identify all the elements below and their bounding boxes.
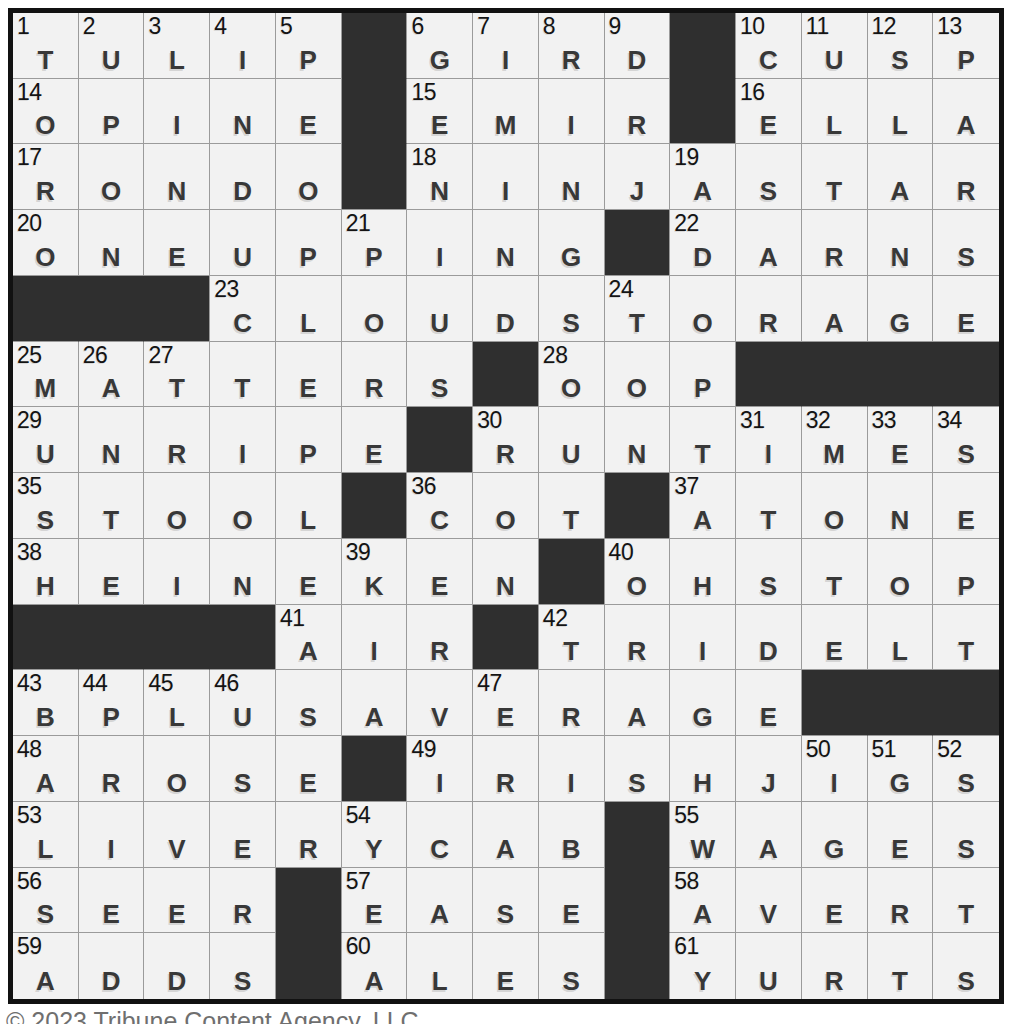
letter-cell[interactable]: D — [79, 933, 145, 999]
letter-cell[interactable]: I — [539, 736, 605, 802]
letter-cell[interactable]: L — [276, 276, 342, 342]
letter-cell[interactable]: O — [276, 144, 342, 210]
cell-letter: T — [79, 507, 144, 533]
letter-cell[interactable]: E — [802, 868, 868, 934]
letter-cell[interactable]: D — [473, 276, 539, 342]
letter-cell[interactable]: 26A — [79, 342, 145, 408]
letter-cell[interactable]: 14O — [13, 79, 79, 145]
letter-cell[interactable]: L — [407, 933, 473, 999]
letter-cell[interactable]: A — [736, 210, 802, 276]
cell-letter: G — [670, 704, 735, 730]
cell-letter: H — [670, 770, 735, 796]
letter-cell[interactable]: 27T — [144, 342, 210, 408]
letter-cell[interactable]: S — [407, 342, 473, 408]
clue-number: 18 — [411, 145, 436, 169]
clue-number: 46 — [214, 671, 239, 695]
letter-cell[interactable]: 32M — [802, 407, 868, 473]
letter-cell[interactable]: D — [736, 605, 802, 671]
letter-cell[interactable]: 15E — [407, 79, 473, 145]
letter-cell[interactable]: T — [933, 605, 999, 671]
black-cell — [473, 342, 539, 408]
cell-letter: E — [407, 112, 472, 138]
clue-number: 47 — [477, 671, 502, 695]
letter-cell[interactable]: P — [670, 342, 736, 408]
letter-cell[interactable]: 13P — [933, 13, 999, 79]
cell-letter: T — [802, 178, 867, 204]
letter-cell[interactable]: R — [802, 210, 868, 276]
letter-cell[interactable]: U — [736, 933, 802, 999]
letter-cell[interactable]: N — [605, 407, 671, 473]
copyright-text: © 2023 Tribune Content Agency, LLC — [6, 1007, 419, 1024]
cell-letter: A — [342, 704, 407, 730]
letter-cell[interactable]: N — [144, 144, 210, 210]
cell-letter: G — [407, 47, 472, 73]
cell-letter: I — [539, 770, 604, 796]
cell-letter: N — [407, 178, 472, 204]
letter-cell[interactable]: S — [276, 670, 342, 736]
cell-letter: O — [605, 573, 670, 599]
letter-cell[interactable]: G — [539, 210, 605, 276]
letter-cell[interactable]: S — [736, 144, 802, 210]
letter-cell[interactable]: S — [210, 933, 276, 999]
letter-cell[interactable]: P — [933, 539, 999, 605]
letter-cell[interactable]: S — [605, 736, 671, 802]
clue-number: 55 — [674, 803, 699, 827]
letter-cell[interactable]: N — [210, 79, 276, 145]
letter-cell[interactable]: M — [473, 79, 539, 145]
cell-letter: G — [802, 836, 867, 862]
letter-cell[interactable]: 6G — [407, 13, 473, 79]
black-cell — [79, 605, 145, 671]
letter-cell[interactable]: P — [276, 407, 342, 473]
clue-number: 16 — [740, 80, 765, 104]
letter-cell[interactable]: O — [605, 342, 671, 408]
cell-letter: P — [276, 244, 341, 270]
black-cell — [342, 79, 408, 145]
letter-cell[interactable]: A — [802, 276, 868, 342]
letter-cell[interactable]: E — [407, 539, 473, 605]
cell-letter: A — [276, 638, 341, 664]
cell-letter: G — [868, 310, 933, 336]
letter-cell[interactable]: E — [210, 802, 276, 868]
cell-letter: S — [933, 441, 999, 467]
letter-cell[interactable]: L — [868, 605, 934, 671]
letter-cell[interactable]: 54Y — [342, 802, 408, 868]
cell-letter: S — [276, 704, 341, 730]
clue-number: 6 — [411, 14, 423, 38]
cell-letter: P — [79, 704, 144, 730]
cell-letter: O — [13, 112, 78, 138]
letter-cell[interactable]: T — [79, 473, 145, 539]
letter-cell[interactable]: N — [473, 539, 539, 605]
cell-letter: A — [605, 704, 670, 730]
clue-number: 53 — [17, 803, 42, 827]
letter-cell[interactable]: I — [407, 210, 473, 276]
letter-cell[interactable]: S — [933, 933, 999, 999]
cell-letter: N — [473, 573, 538, 599]
letter-cell[interactable]: 25M — [13, 342, 79, 408]
letter-cell[interactable]: I — [210, 407, 276, 473]
letter-cell[interactable]: E — [342, 407, 408, 473]
letter-cell[interactable]: O — [342, 276, 408, 342]
letter-cell[interactable]: O — [473, 473, 539, 539]
letter-cell[interactable]: 23C — [210, 276, 276, 342]
cell-letter: A — [342, 968, 407, 994]
letter-cell[interactable]: E — [144, 868, 210, 934]
letter-cell[interactable]: A — [736, 802, 802, 868]
letter-cell[interactable]: I — [670, 605, 736, 671]
letter-cell[interactable]: 60A — [342, 933, 408, 999]
letter-cell[interactable]: E — [802, 605, 868, 671]
letter-cell[interactable]: A — [868, 144, 934, 210]
cell-letter: W — [670, 836, 735, 862]
letter-cell[interactable]: A — [407, 868, 473, 934]
cell-letter: E — [342, 441, 407, 467]
cell-letter: T — [605, 310, 670, 336]
letter-cell[interactable]: 57E — [342, 868, 408, 934]
letter-cell[interactable]: 48A — [13, 736, 79, 802]
black-cell — [276, 933, 342, 999]
letter-cell[interactable]: 17R — [13, 144, 79, 210]
letter-cell[interactable]: T — [736, 473, 802, 539]
cell-letter: N — [144, 178, 209, 204]
cell-letter: L — [868, 638, 933, 664]
letter-cell[interactable]: 37A — [670, 473, 736, 539]
clue-number: 61 — [674, 934, 699, 958]
letter-cell[interactable]: S — [736, 539, 802, 605]
cell-letter: C — [736, 47, 801, 73]
letter-cell[interactable]: 59A — [13, 933, 79, 999]
letter-cell[interactable]: T — [868, 933, 934, 999]
letter-cell[interactable]: D — [144, 933, 210, 999]
letter-cell[interactable]: 34S — [933, 407, 999, 473]
letter-cell[interactable]: 46U — [210, 670, 276, 736]
letter-cell[interactable]: 16E — [736, 79, 802, 145]
letter-cell[interactable]: 5P — [276, 13, 342, 79]
letter-cell[interactable]: 53L — [13, 802, 79, 868]
clue-number: 43 — [17, 671, 42, 695]
cell-letter: I — [407, 770, 472, 796]
cell-letter: G — [539, 244, 604, 270]
cell-letter: T — [539, 507, 604, 533]
clue-number: 38 — [17, 540, 42, 564]
letter-cell[interactable]: E — [276, 736, 342, 802]
letter-cell[interactable]: 10C — [736, 13, 802, 79]
letter-cell[interactable]: E — [276, 342, 342, 408]
cell-letter: P — [79, 112, 144, 138]
cell-letter: P — [933, 573, 999, 599]
letter-cell[interactable]: P — [79, 79, 145, 145]
letter-cell[interactable]: N — [79, 210, 145, 276]
cell-letter: I — [670, 638, 735, 664]
clue-number: 9 — [609, 14, 621, 38]
letter-cell[interactable]: O — [210, 473, 276, 539]
letter-cell[interactable]: O — [79, 144, 145, 210]
cell-letter: L — [802, 112, 867, 138]
letter-cell[interactable]: 40O — [605, 539, 671, 605]
clue-number: 25 — [17, 343, 42, 367]
letter-cell[interactable]: U — [407, 276, 473, 342]
cell-letter: S — [13, 507, 78, 533]
clue-number: 24 — [609, 277, 634, 301]
letter-cell[interactable]: 39K — [342, 539, 408, 605]
letter-cell[interactable]: 8R — [539, 13, 605, 79]
letter-cell[interactable]: U — [210, 210, 276, 276]
letter-cell[interactable]: V — [736, 868, 802, 934]
letter-cell[interactable]: 52S — [933, 736, 999, 802]
letter-cell[interactable]: O — [802, 473, 868, 539]
letter-cell[interactable]: 18N — [407, 144, 473, 210]
letter-cell[interactable]: 12S — [868, 13, 934, 79]
letter-cell[interactable]: R — [605, 605, 671, 671]
letter-cell[interactable]: 22D — [670, 210, 736, 276]
cell-letter: R — [868, 901, 933, 927]
letter-cell[interactable]: A — [342, 670, 408, 736]
cell-letter: T — [868, 968, 933, 994]
clue-number: 39 — [346, 540, 371, 564]
letter-cell[interactable]: C — [407, 802, 473, 868]
letter-cell[interactable]: O — [868, 539, 934, 605]
letter-cell[interactable]: 56S — [13, 868, 79, 934]
black-cell — [736, 342, 802, 408]
letter-cell[interactable]: 11U — [802, 13, 868, 79]
letter-cell[interactable]: S — [933, 210, 999, 276]
letter-cell[interactable]: R — [342, 342, 408, 408]
cell-letter: S — [933, 770, 999, 796]
letter-cell[interactable]: G — [868, 276, 934, 342]
letter-cell[interactable]: N — [210, 539, 276, 605]
letter-cell[interactable]: 35S — [13, 473, 79, 539]
letter-cell[interactable]: A — [933, 79, 999, 145]
letter-cell[interactable]: 1T — [13, 13, 79, 79]
letter-cell[interactable]: I — [79, 802, 145, 868]
letter-cell[interactable]: R — [473, 736, 539, 802]
letter-cell[interactable]: I — [144, 539, 210, 605]
letter-cell[interactable]: 19A — [670, 144, 736, 210]
letter-cell[interactable]: 45L — [144, 670, 210, 736]
cell-letter: E — [342, 901, 407, 927]
letter-cell[interactable]: A — [473, 802, 539, 868]
cell-letter: V — [407, 704, 472, 730]
letter-cell[interactable]: O — [670, 276, 736, 342]
letter-cell[interactable]: 49I — [407, 736, 473, 802]
letter-cell[interactable]: T — [670, 407, 736, 473]
cell-letter: N — [868, 244, 933, 270]
letter-cell[interactable]: S — [210, 736, 276, 802]
cell-letter: I — [539, 112, 604, 138]
cell-letter: O — [868, 573, 933, 599]
letter-cell[interactable]: R — [210, 868, 276, 934]
letter-cell[interactable]: E — [144, 210, 210, 276]
letter-cell[interactable]: G — [802, 802, 868, 868]
cell-letter: N — [473, 244, 538, 270]
letter-cell[interactable]: E — [933, 473, 999, 539]
letter-cell[interactable]: R — [605, 79, 671, 145]
letter-cell[interactable]: T — [933, 868, 999, 934]
letter-cell[interactable]: 51G — [868, 736, 934, 802]
cell-letter: E — [276, 770, 341, 796]
letter-cell[interactable]: 9D — [605, 13, 671, 79]
letter-cell[interactable]: 44P — [79, 670, 145, 736]
cell-letter: S — [407, 375, 472, 401]
letter-cell[interactable]: S — [539, 276, 605, 342]
letter-cell[interactable]: 36C — [407, 473, 473, 539]
cell-letter: E — [473, 968, 538, 994]
cell-letter: I — [736, 441, 801, 467]
letter-cell[interactable]: 47E — [473, 670, 539, 736]
clue-number: 51 — [872, 737, 897, 761]
letter-cell[interactable]: J — [605, 144, 671, 210]
letter-cell[interactable]: P — [276, 210, 342, 276]
letter-cell[interactable]: 3L — [144, 13, 210, 79]
letter-cell[interactable]: 50I — [802, 736, 868, 802]
letter-cell[interactable]: O — [144, 736, 210, 802]
letter-cell[interactable]: R — [868, 868, 934, 934]
letter-cell[interactable]: L — [802, 79, 868, 145]
letter-cell[interactable]: 28O — [539, 342, 605, 408]
letter-cell[interactable]: G — [670, 670, 736, 736]
letter-cell[interactable]: I — [144, 79, 210, 145]
letter-cell[interactable]: D — [210, 144, 276, 210]
cell-letter: E — [79, 573, 144, 599]
letter-cell[interactable]: L — [868, 79, 934, 145]
letter-cell[interactable]: S — [473, 868, 539, 934]
letter-cell[interactable]: N — [539, 144, 605, 210]
letter-cell[interactable]: S — [539, 933, 605, 999]
letter-cell[interactable]: 20O — [13, 210, 79, 276]
cell-letter: E — [144, 901, 209, 927]
letter-cell[interactable]: 7I — [473, 13, 539, 79]
letter-cell[interactable]: R — [79, 736, 145, 802]
letter-cell[interactable]: N — [79, 407, 145, 473]
letter-cell[interactable]: I — [342, 605, 408, 671]
clue-number: 45 — [148, 671, 173, 695]
letter-cell[interactable]: L — [276, 473, 342, 539]
letter-cell[interactable]: 31I — [736, 407, 802, 473]
letter-cell[interactable]: R — [539, 670, 605, 736]
clue-number: 58 — [674, 869, 699, 893]
letter-cell[interactable]: T — [802, 144, 868, 210]
letter-cell[interactable]: E — [276, 539, 342, 605]
cell-letter: A — [407, 901, 472, 927]
letter-cell[interactable]: R — [802, 933, 868, 999]
cell-letter: A — [933, 112, 999, 138]
letter-cell[interactable]: T — [210, 342, 276, 408]
letter-cell[interactable]: A — [605, 670, 671, 736]
letter-cell[interactable]: 58A — [670, 868, 736, 934]
letter-cell[interactable]: J — [736, 736, 802, 802]
letter-cell[interactable]: E — [79, 539, 145, 605]
letter-cell[interactable]: O — [144, 473, 210, 539]
cell-letter: J — [736, 770, 801, 796]
letter-cell[interactable]: N — [473, 210, 539, 276]
black-cell — [605, 473, 671, 539]
cell-letter: U — [802, 47, 867, 73]
cell-letter: L — [144, 704, 209, 730]
letter-cell[interactable]: 4I — [210, 13, 276, 79]
letter-cell[interactable]: N — [868, 473, 934, 539]
cell-letter: M — [13, 375, 78, 401]
letter-cell[interactable]: T — [802, 539, 868, 605]
letter-cell[interactable]: R — [933, 144, 999, 210]
cell-letter: D — [736, 638, 801, 664]
letter-cell[interactable]: S — [933, 802, 999, 868]
letter-cell[interactable]: I — [473, 144, 539, 210]
letter-cell[interactable]: R — [276, 802, 342, 868]
cell-letter: D — [79, 968, 144, 994]
cell-letter: U — [736, 968, 801, 994]
cell-letter: A — [670, 178, 735, 204]
letter-cell[interactable]: E — [79, 868, 145, 934]
letter-cell[interactable]: 24T — [605, 276, 671, 342]
letter-cell[interactable]: I — [539, 79, 605, 145]
clue-number: 37 — [674, 474, 699, 498]
cell-letter: R — [79, 770, 144, 796]
cell-letter: A — [79, 375, 144, 401]
cell-letter: C — [407, 836, 472, 862]
letter-cell[interactable]: R — [144, 407, 210, 473]
letter-cell[interactable]: 38H — [13, 539, 79, 605]
letter-cell[interactable]: E — [933, 276, 999, 342]
letter-cell[interactable]: U — [539, 407, 605, 473]
letter-cell[interactable]: E — [736, 670, 802, 736]
letter-cell[interactable]: 33E — [868, 407, 934, 473]
letter-cell[interactable]: 21P — [342, 210, 408, 276]
letter-cell[interactable]: H — [670, 736, 736, 802]
clue-number: 11 — [806, 14, 829, 38]
clue-number: 15 — [411, 80, 436, 104]
letter-cell[interactable]: V — [407, 670, 473, 736]
letter-cell[interactable]: E — [868, 802, 934, 868]
letter-cell[interactable]: E — [473, 933, 539, 999]
letter-cell[interactable]: V — [144, 802, 210, 868]
letter-cell[interactable]: N — [868, 210, 934, 276]
clue-number: 19 — [674, 145, 699, 169]
cell-letter: I — [210, 441, 275, 467]
clue-number: 3 — [148, 14, 160, 38]
letter-cell[interactable]: 55W — [670, 802, 736, 868]
letter-cell[interactable]: T — [539, 473, 605, 539]
cell-letter: L — [276, 310, 341, 336]
letter-cell[interactable]: H — [670, 539, 736, 605]
letter-cell[interactable]: 61Y — [670, 933, 736, 999]
cell-letter: E — [933, 507, 999, 533]
black-cell — [670, 13, 736, 79]
clue-number: 48 — [17, 737, 42, 761]
letter-cell[interactable]: 2U — [79, 13, 145, 79]
letter-cell[interactable]: 43B — [13, 670, 79, 736]
black-cell — [210, 605, 276, 671]
cell-letter: T — [210, 375, 275, 401]
letter-cell[interactable]: E — [276, 79, 342, 145]
letter-cell[interactable]: 41A — [276, 605, 342, 671]
letter-cell[interactable]: R — [736, 276, 802, 342]
letter-cell[interactable]: 30R — [473, 407, 539, 473]
letter-cell[interactable]: R — [407, 605, 473, 671]
cell-letter: I — [407, 244, 472, 270]
letter-cell[interactable]: 42T — [539, 605, 605, 671]
letter-cell[interactable]: 29U — [13, 407, 79, 473]
cell-letter: T — [144, 375, 209, 401]
clue-number: 35 — [17, 474, 42, 498]
letter-cell[interactable]: E — [539, 868, 605, 934]
cell-letter: S — [210, 968, 275, 994]
cell-letter: O — [144, 507, 209, 533]
cell-letter: U — [210, 704, 275, 730]
cell-letter: P — [276, 441, 341, 467]
letter-cell[interactable]: B — [539, 802, 605, 868]
cell-letter: U — [539, 441, 604, 467]
